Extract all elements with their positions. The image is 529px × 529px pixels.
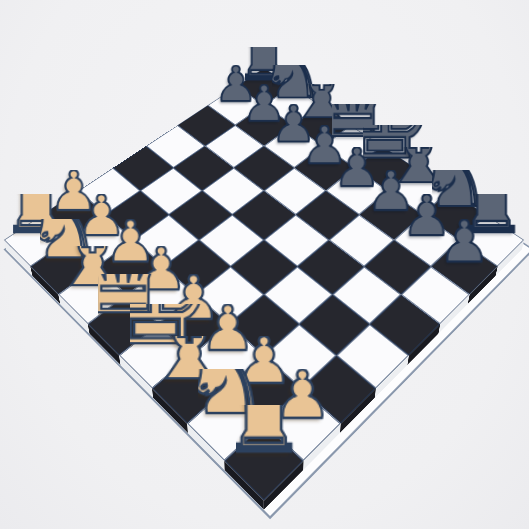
chess-board[interactable]: ♜♞♝♛♚♝♞♜♟♟♟♟♟♟♟♟♟♟♟♟♟♟♟♟♜♞♝♛♚♝♞♜ — [4, 68, 524, 501]
viewport: ♜♞♝♛♚♝♞♜♟♟♟♟♟♟♟♟♟♟♟♟♟♟♟♟♜♞♝♛♚♝♞♜ — [0, 0, 529, 529]
chess-3d-scene: ♜♞♝♛♚♝♞♜♟♟♟♟♟♟♟♟♟♟♟♟♟♟♟♟♜♞♝♛♚♝♞♜ — [0, 0, 529, 529]
white-rook-glyph: ♜ — [220, 372, 307, 465]
black-pawn-glyph: ♟ — [439, 214, 491, 269]
piece-white-rook[interactable]: ♜ — [236, 405, 292, 461]
piece-black-pawn[interactable]: ♟ — [441, 219, 488, 266]
square-e4[interactable] — [231, 240, 298, 295]
board-tilt-group: ♜♞♝♛♚♝♞♜♟♟♟♟♟♟♟♟♟♟♟♟♟♟♟♟♜♞♝♛♚♝♞♜ — [4, 68, 524, 501]
